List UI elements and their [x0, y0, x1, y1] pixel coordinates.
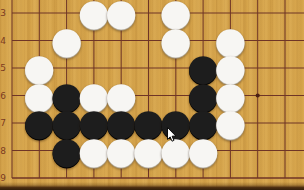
white-stone: ● — [162, 27, 189, 55]
go-board[interactable]: ●●●●●●●●●●●●●●●●●●●●●●●●●●●●● 1314151617… — [0, 0, 304, 190]
stones-layer: ●●●●●●●●●●●●●●●●●●●●●●●●●●●●● — [0, 0, 299, 190]
black-stone: ● — [26, 109, 53, 137]
white-stone: ● — [217, 109, 244, 137]
white-stone: ● — [189, 137, 216, 165]
board-edge-shadow — [0, 182, 304, 190]
white-stone: ● — [108, 137, 135, 165]
white-stone: ● — [108, 0, 135, 27]
black-stone: ● — [53, 137, 80, 165]
white-stone: ● — [135, 137, 162, 165]
white-stone: ● — [80, 137, 107, 165]
row-label: 18 — [0, 146, 6, 156]
white-stone: ● — [80, 0, 107, 27]
row-label: 17 — [0, 118, 6, 128]
row-label: 15 — [0, 63, 6, 73]
white-stone: ● — [53, 27, 80, 55]
row-label: 16 — [0, 91, 6, 101]
row-label: 13 — [0, 8, 6, 18]
white-stone: ● — [162, 137, 189, 165]
row-label: 14 — [0, 36, 6, 46]
